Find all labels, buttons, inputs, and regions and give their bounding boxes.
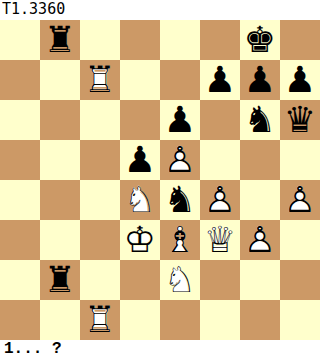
white-knight: ♞♘ <box>120 180 160 220</box>
black-queen: ♛ <box>280 100 320 140</box>
square-f8[interactable] <box>200 20 240 60</box>
square-g6[interactable]: ♞ <box>240 100 280 140</box>
square-f4[interactable]: ♟♙ <box>200 180 240 220</box>
square-h1[interactable] <box>280 300 320 340</box>
square-e6[interactable]: ♟ <box>160 100 200 140</box>
white-pawn: ♟♙ <box>200 180 240 220</box>
square-d2[interactable] <box>120 260 160 300</box>
square-d6[interactable] <box>120 100 160 140</box>
square-c6[interactable] <box>80 100 120 140</box>
piece-glyph: ♟ <box>120 140 160 180</box>
square-e3[interactable]: ♝♗ <box>160 220 200 260</box>
square-b7[interactable] <box>40 60 80 100</box>
piece-glyph: ♟ <box>200 60 240 100</box>
square-h2[interactable] <box>280 260 320 300</box>
square-e4[interactable]: ♞ <box>160 180 200 220</box>
square-h5[interactable] <box>280 140 320 180</box>
square-b8[interactable]: ♜ <box>40 20 80 60</box>
square-g1[interactable] <box>240 300 280 340</box>
white-rook: ♜♖ <box>80 60 120 100</box>
square-c4[interactable] <box>80 180 120 220</box>
piece-glyph: ♜ <box>40 20 80 60</box>
square-d5[interactable]: ♟ <box>120 140 160 180</box>
black-knight: ♞ <box>160 180 200 220</box>
square-a3[interactable] <box>0 220 40 260</box>
piece-glyph: ♟ <box>280 60 320 100</box>
square-c8[interactable] <box>80 20 120 60</box>
square-f2[interactable] <box>200 260 240 300</box>
white-rook: ♜♖ <box>80 300 120 340</box>
square-g2[interactable] <box>240 260 280 300</box>
square-d4[interactable]: ♞♘ <box>120 180 160 220</box>
piece-outline: ♘ <box>160 260 200 300</box>
piece-glyph: ♛ <box>280 100 320 140</box>
square-g5[interactable] <box>240 140 280 180</box>
square-a4[interactable] <box>0 180 40 220</box>
white-pawn: ♟♙ <box>240 220 280 260</box>
piece-outline: ♙ <box>200 180 240 220</box>
square-d8[interactable] <box>120 20 160 60</box>
square-a6[interactable] <box>0 100 40 140</box>
square-g7[interactable]: ♟ <box>240 60 280 100</box>
square-e2[interactable]: ♞♘ <box>160 260 200 300</box>
piece-outline: ♕ <box>200 220 240 260</box>
black-pawn: ♟ <box>200 60 240 100</box>
black-pawn: ♟ <box>240 60 280 100</box>
square-d7[interactable] <box>120 60 160 100</box>
square-b6[interactable] <box>40 100 80 140</box>
square-h7[interactable]: ♟ <box>280 60 320 100</box>
square-a1[interactable] <box>0 300 40 340</box>
square-e1[interactable] <box>160 300 200 340</box>
piece-outline: ♖ <box>80 300 120 340</box>
black-rook: ♜ <box>40 20 80 60</box>
square-c2[interactable] <box>80 260 120 300</box>
square-a8[interactable] <box>0 20 40 60</box>
black-rook: ♜ <box>40 260 80 300</box>
square-d3[interactable]: ♚♔ <box>120 220 160 260</box>
square-e7[interactable] <box>160 60 200 100</box>
square-f1[interactable] <box>200 300 240 340</box>
black-knight: ♞ <box>240 100 280 140</box>
square-b5[interactable] <box>40 140 80 180</box>
square-c7[interactable]: ♜♖ <box>80 60 120 100</box>
black-pawn: ♟ <box>160 100 200 140</box>
piece-glyph: ♞ <box>240 100 280 140</box>
white-bishop: ♝♗ <box>160 220 200 260</box>
piece-glyph: ♚ <box>240 20 280 60</box>
square-h6[interactable]: ♛ <box>280 100 320 140</box>
white-pawn: ♟♙ <box>160 140 200 180</box>
square-c3[interactable] <box>80 220 120 260</box>
piece-glyph: ♞ <box>160 180 200 220</box>
black-king: ♚ <box>240 20 280 60</box>
square-b4[interactable] <box>40 180 80 220</box>
white-knight: ♞♘ <box>160 260 200 300</box>
square-d1[interactable] <box>120 300 160 340</box>
square-f6[interactable] <box>200 100 240 140</box>
square-g3[interactable]: ♟♙ <box>240 220 280 260</box>
piece-glyph: ♟ <box>160 100 200 140</box>
piece-outline: ♖ <box>80 60 120 100</box>
piece-glyph: ♟ <box>240 60 280 100</box>
square-b3[interactable] <box>40 220 80 260</box>
square-c1[interactable]: ♜♖ <box>80 300 120 340</box>
square-a5[interactable] <box>0 140 40 180</box>
piece-outline: ♙ <box>240 220 280 260</box>
square-f5[interactable] <box>200 140 240 180</box>
square-e5[interactable]: ♟♙ <box>160 140 200 180</box>
piece-glyph: ♜ <box>40 260 80 300</box>
black-pawn: ♟ <box>120 140 160 180</box>
piece-outline: ♗ <box>160 220 200 260</box>
square-a7[interactable] <box>0 60 40 100</box>
square-g8[interactable]: ♚ <box>240 20 280 60</box>
white-queen: ♛♕ <box>200 220 240 260</box>
piece-outline: ♙ <box>280 180 320 220</box>
piece-outline: ♔ <box>120 220 160 260</box>
white-pawn: ♟♙ <box>280 180 320 220</box>
puzzle-title: T1.3360 <box>0 0 320 20</box>
square-h4[interactable]: ♟♙ <box>280 180 320 220</box>
square-h3[interactable] <box>280 220 320 260</box>
chess-board: ♜♚♜♖♟♟♟♟♞♛♟♟♙♞♘♞♟♙♟♙♚♔♝♗♛♕♟♙♜♞♘♜♖ <box>0 20 320 340</box>
square-f7[interactable]: ♟ <box>200 60 240 100</box>
square-e8[interactable] <box>160 20 200 60</box>
move-prompt: 1... ? <box>0 340 320 360</box>
square-c5[interactable] <box>80 140 120 180</box>
square-f3[interactable]: ♛♕ <box>200 220 240 260</box>
square-h8[interactable] <box>280 20 320 60</box>
black-pawn: ♟ <box>280 60 320 100</box>
square-b2[interactable]: ♜ <box>40 260 80 300</box>
square-a2[interactable] <box>0 260 40 300</box>
square-g4[interactable] <box>240 180 280 220</box>
piece-outline: ♘ <box>120 180 160 220</box>
white-king: ♚♔ <box>120 220 160 260</box>
piece-outline: ♙ <box>160 140 200 180</box>
square-b1[interactable] <box>40 300 80 340</box>
